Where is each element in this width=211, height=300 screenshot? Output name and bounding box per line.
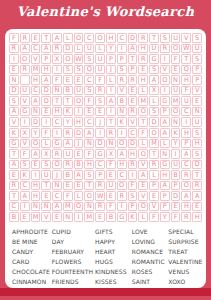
grid-cell-r9c17[interactable]: I — [181, 117, 191, 127]
grid-cell-r6c4[interactable]: D — [41, 86, 51, 96]
grid-cell-r5c11[interactable]: R — [117, 75, 127, 85]
grid-cell-r11c5[interactable]: G — [52, 139, 62, 149]
grid-cell-r14c6[interactable]: B — [63, 170, 73, 180]
grid-cell-r12c16[interactable]: I — [171, 149, 181, 159]
grid-cell-r5c17[interactable]: H — [181, 75, 191, 85]
grid-cell-r8c11[interactable]: N — [117, 107, 127, 117]
grid-cell-r9c2[interactable]: I — [20, 117, 30, 127]
grid-cell-r11c15[interactable]: L — [160, 139, 170, 149]
grid-cell-r5c4[interactable]: A — [41, 75, 51, 85]
grid-cell-r17c15[interactable]: P — [160, 202, 170, 212]
grid-cell-r2c3[interactable]: C — [31, 44, 41, 54]
grid-cell-r16c17[interactable]: A — [181, 191, 191, 201]
grid-cell-r8c17[interactable]: C — [181, 107, 191, 117]
grid-cell-r17c5[interactable]: A — [52, 202, 62, 212]
grid-cell-r16c18[interactable]: A — [192, 191, 202, 201]
grid-cell-r9c3[interactable]: D — [31, 117, 41, 127]
grid-cell-r7c12[interactable]: E — [128, 96, 138, 106]
grid-cell-r10c4[interactable]: F — [41, 128, 51, 138]
grid-cell-r11c13[interactable]: L — [138, 139, 148, 149]
grid-cell-r16c9[interactable]: W — [95, 191, 105, 201]
grid-cell-r15c11[interactable]: O — [117, 181, 127, 191]
grid-cell-r11c8[interactable]: N — [84, 139, 94, 149]
grid-cell-r10c12[interactable]: C — [128, 128, 138, 138]
grid-cell-r17c17[interactable]: H — [181, 202, 191, 212]
grid-cell-r18c17[interactable]: R — [181, 212, 191, 222]
grid-cell-r18c12[interactable]: K — [128, 212, 138, 222]
grid-cell-r10c14[interactable]: O — [149, 128, 159, 138]
grid-cell-r15c1[interactable]: R — [9, 181, 19, 191]
grid-cell-r3c17[interactable]: T — [181, 54, 191, 64]
grid-cell-r17c14[interactable]: V — [149, 202, 159, 212]
grid-cell-r14c13[interactable]: A — [138, 170, 148, 180]
grid-cell-r12c7[interactable]: E — [74, 149, 84, 159]
grid-cell-r4c9[interactable]: U — [95, 65, 105, 75]
grid-cell-r7c17[interactable]: U — [181, 96, 191, 106]
grid-cell-r17c16[interactable]: E — [171, 202, 181, 212]
grid-cell-r2c17[interactable]: W — [181, 44, 191, 54]
grid-cell-r7c11[interactable]: B — [117, 96, 127, 106]
grid-cell-r18c13[interactable]: L — [138, 212, 148, 222]
grid-cell-r13c11[interactable]: H — [117, 160, 127, 170]
grid-cell-r9c10[interactable]: T — [106, 117, 116, 127]
grid-cell-r14c11[interactable]: C — [117, 170, 127, 180]
grid-cell-r9c4[interactable]: I — [41, 117, 51, 127]
grid-cell-r6c13[interactable]: L — [138, 86, 148, 96]
grid-cell-r6c3[interactable]: C — [31, 86, 41, 96]
grid-cell-r3c1[interactable]: I — [9, 54, 19, 64]
grid-cell-r11c17[interactable]: P — [181, 139, 191, 149]
grid-cell-r2c8[interactable]: U — [84, 44, 94, 54]
grid-cell-r2c9[interactable]: L — [95, 44, 105, 54]
grid-cell-r10c18[interactable]: S — [192, 128, 202, 138]
grid-cell-r15c5[interactable]: N — [52, 181, 62, 191]
grid-cell-r15c16[interactable]: P — [171, 181, 181, 191]
grid-cell-r18c4[interactable]: V — [41, 212, 51, 222]
grid-cell-r4c5[interactable]: I — [52, 65, 62, 75]
grid-cell-r4c15[interactable]: V — [160, 65, 170, 75]
grid-cell-r12c1[interactable]: T — [9, 149, 19, 159]
grid-cell-r17c1[interactable]: C — [9, 202, 19, 212]
grid-cell-r7c9[interactable]: S — [95, 96, 105, 106]
grid-cell-r16c6[interactable]: F — [63, 191, 73, 201]
grid-cell-r15c4[interactable]: T — [41, 181, 51, 191]
grid-cell-r6c5[interactable]: N — [52, 86, 62, 96]
grid-cell-r2c7[interactable]: L — [74, 44, 84, 54]
grid-cell-r13c13[interactable]: V — [138, 160, 148, 170]
grid-cell-r4c8[interactable]: Q — [84, 65, 94, 75]
grid-cell-r3c11[interactable]: P — [117, 54, 127, 64]
grid-cell-r5c8[interactable]: C — [84, 75, 94, 85]
grid-cell-r3c7[interactable]: W — [74, 54, 84, 64]
grid-cell-r1c13[interactable]: R — [138, 33, 148, 43]
grid-cell-r14c18[interactable]: T — [192, 170, 202, 180]
grid-cell-r15c8[interactable]: T — [84, 181, 94, 191]
grid-cell-r18c6[interactable]: N — [63, 212, 73, 222]
grid-cell-r2c14[interactable]: U — [149, 44, 159, 54]
grid-cell-r12c15[interactable]: N — [160, 149, 170, 159]
grid-cell-r9c5[interactable]: C — [52, 117, 62, 127]
grid-cell-r5c10[interactable]: L — [106, 75, 116, 85]
grid-cell-r3c6[interactable]: O — [63, 54, 73, 64]
grid-cell-r11c18[interactable]: H — [192, 139, 202, 149]
grid-cell-r18c8[interactable]: M — [84, 212, 94, 222]
grid-cell-r7c10[interactable]: A — [106, 96, 116, 106]
grid-cell-r17c9[interactable]: R — [95, 202, 105, 212]
grid-cell-r10c9[interactable]: I — [95, 128, 105, 138]
grid-cell-r12c6[interactable]: U — [63, 149, 73, 159]
grid-cell-r10c16[interactable]: K — [171, 128, 181, 138]
grid-cell-r3c12[interactable]: T — [128, 54, 138, 64]
grid-cell-r1c1[interactable]: F — [9, 33, 19, 43]
grid-cell-r16c15[interactable]: P — [160, 191, 170, 201]
grid-cell-r7c5[interactable]: T — [52, 96, 62, 106]
grid-cell-r12c18[interactable]: S — [192, 149, 202, 159]
grid-cell-r9c16[interactable]: N — [171, 117, 181, 127]
grid-cell-r16c4[interactable]: E — [41, 191, 51, 201]
grid-cell-r15c18[interactable]: R — [192, 181, 202, 191]
grid-cell-r8c9[interactable]: E — [95, 107, 105, 117]
grid-cell-r2c12[interactable]: A — [128, 44, 138, 54]
grid-cell-r15c7[interactable]: E — [74, 181, 84, 191]
grid-cell-r10c13[interactable]: F — [138, 128, 148, 138]
grid-cell-r5c5[interactable]: F — [52, 75, 62, 85]
grid-cell-r18c7[interactable]: I — [74, 212, 84, 222]
grid-cell-r3c14[interactable]: G — [149, 54, 159, 64]
grid-cell-r14c16[interactable]: B — [171, 170, 181, 180]
grid-cell-r11c16[interactable]: Y — [171, 139, 181, 149]
grid-cell-r3c18[interactable]: S — [192, 54, 202, 64]
grid-cell-r8c15[interactable]: P — [160, 107, 170, 117]
grid-cell-r8c8[interactable]: E — [84, 107, 94, 117]
grid-cell-r4c11[interactable]: S — [117, 65, 127, 75]
grid-cell-r16c16[interactable]: D — [171, 191, 181, 201]
grid-cell-r8c12[interactable]: R — [128, 107, 138, 117]
grid-cell-r14c4[interactable]: U — [41, 170, 51, 180]
grid-cell-r10c8[interactable]: A — [84, 128, 94, 138]
grid-cell-r17c12[interactable]: P — [128, 202, 138, 212]
grid-cell-r5c6[interactable]: E — [63, 75, 73, 85]
grid-cell-r17c8[interactable]: N — [84, 202, 94, 212]
grid-cell-r14c8[interactable]: S — [84, 170, 94, 180]
grid-cell-r1c17[interactable]: V — [181, 33, 191, 43]
grid-cell-r9c9[interactable]: J — [95, 117, 105, 127]
grid-cell-r9c11[interactable]: K — [117, 117, 127, 127]
grid-cell-r18c15[interactable]: Y — [160, 212, 170, 222]
grid-cell-r11c11[interactable]: O — [117, 139, 127, 149]
grid-cell-r15c15[interactable]: A — [160, 181, 170, 191]
grid-cell-r10c3[interactable]: Y — [31, 128, 41, 138]
grid-cell-r4c3[interactable]: M — [31, 65, 41, 75]
grid-cell-r2c10[interactable]: Y — [106, 44, 116, 54]
grid-cell-r15c2[interactable]: C — [20, 181, 30, 191]
grid-cell-r13c4[interactable]: S — [41, 160, 51, 170]
grid-cell-r2c16[interactable]: O — [171, 44, 181, 54]
grid-cell-r6c18[interactable]: V — [192, 86, 202, 96]
grid-cell-r2c15[interactable]: R — [160, 44, 170, 54]
grid-cell-r17c11[interactable]: I — [117, 202, 127, 212]
grid-cell-r1c16[interactable]: U — [171, 33, 181, 43]
grid-cell-r7c4[interactable]: D — [41, 96, 51, 106]
grid-cell-r3c5[interactable]: X — [52, 54, 62, 64]
grid-cell-r14c15[interactable]: H — [160, 170, 170, 180]
grid-cell-r12c14[interactable]: T — [149, 149, 159, 159]
grid-cell-r18c10[interactable]: B — [106, 212, 116, 222]
grid-cell-r13c18[interactable]: D — [192, 160, 202, 170]
grid-cell-r15c6[interactable]: E — [63, 181, 73, 191]
grid-cell-r7c13[interactable]: M — [138, 96, 148, 106]
grid-cell-r15c12[interactable]: F — [128, 181, 138, 191]
grid-cell-r13c10[interactable]: F — [106, 160, 116, 170]
grid-cell-r18c18[interactable]: H — [192, 212, 202, 222]
grid-cell-r8c6[interactable]: K — [63, 107, 73, 117]
grid-cell-r12c5[interactable]: R — [52, 149, 62, 159]
grid-cell-r12c3[interactable]: A — [31, 149, 41, 159]
grid-cell-r5c16[interactable]: N — [171, 75, 181, 85]
grid-cell-r15c3[interactable]: H — [31, 181, 41, 191]
grid-cell-r3c8[interactable]: S — [84, 54, 94, 64]
grid-cell-r15c9[interactable]: R — [95, 181, 105, 191]
grid-cell-r7c14[interactable]: L — [149, 96, 159, 106]
grid-cell-r4c2[interactable]: R — [20, 65, 30, 75]
grid-cell-r5c15[interactable]: O — [160, 75, 170, 85]
grid-cell-r18c16[interactable]: F — [171, 212, 181, 222]
grid-cell-r3c15[interactable]: I — [160, 54, 170, 64]
grid-cell-r6c16[interactable]: U — [171, 86, 181, 96]
grid-cell-r4c18[interactable]: P — [192, 65, 202, 75]
grid-cell-r3c4[interactable]: P — [41, 54, 51, 64]
grid-cell-r10c17[interactable]: H — [181, 128, 191, 138]
grid-cell-r4c10[interactable]: J — [106, 65, 116, 75]
grid-cell-r14c12[interactable]: I — [128, 170, 138, 180]
grid-cell-r14c10[interactable]: E — [106, 170, 116, 180]
grid-cell-r14c3[interactable]: I — [31, 170, 41, 180]
grid-cell-r8c7[interactable]: I — [74, 107, 84, 117]
grid-cell-r16c3[interactable]: H — [31, 191, 41, 201]
grid-cell-r4c16[interactable]: E — [171, 65, 181, 75]
grid-cell-r11c4[interactable]: L — [41, 139, 51, 149]
grid-cell-r14c1[interactable]: E — [9, 170, 19, 180]
grid-cell-r6c15[interactable]: I — [160, 86, 170, 96]
grid-cell-r18c3[interactable]: M — [31, 212, 41, 222]
grid-cell-r6c2[interactable]: U — [20, 86, 30, 96]
grid-cell-r3c9[interactable]: U — [95, 54, 105, 64]
grid-cell-r6c11[interactable]: V — [117, 86, 127, 96]
grid-cell-r1c18[interactable]: S — [192, 33, 202, 43]
grid-cell-r14c7[interactable]: A — [74, 170, 84, 180]
grid-cell-r9c1[interactable]: V — [9, 117, 19, 127]
grid-cell-r17c18[interactable]: E — [192, 202, 202, 212]
grid-cell-r9c18[interactable]: U — [192, 117, 202, 127]
grid-cell-r2c11[interactable]: I — [117, 44, 127, 54]
grid-cell-r13c1[interactable]: A — [9, 160, 19, 170]
grid-cell-r17c7[interactable]: O — [74, 202, 84, 212]
grid-cell-r13c15[interactable]: G — [160, 160, 170, 170]
grid-cell-r9c15[interactable]: A — [160, 117, 170, 127]
grid-cell-r8c16[interactable]: O — [171, 107, 181, 117]
grid-cell-r6c6[interactable]: B — [63, 86, 73, 96]
grid-cell-r15c10[interactable]: U — [106, 181, 116, 191]
grid-cell-r18c9[interactable]: E — [95, 212, 105, 222]
grid-cell-r7c3[interactable]: A — [31, 96, 41, 106]
grid-cell-r18c11[interactable]: G — [117, 212, 127, 222]
grid-cell-r1c4[interactable]: T — [41, 33, 51, 43]
grid-cell-r16c13[interactable]: V — [138, 191, 148, 201]
grid-cell-r8c13[interactable]: O — [138, 107, 148, 117]
grid-cell-r5c3[interactable]: H — [31, 75, 41, 85]
grid-cell-r8c3[interactable]: N — [31, 107, 41, 117]
grid-cell-r10c15[interactable]: A — [160, 128, 170, 138]
grid-cell-r1c10[interactable]: H — [106, 33, 116, 43]
grid-cell-r8c5[interactable]: H — [52, 107, 62, 117]
grid-cell-r4c6[interactable]: S — [63, 65, 73, 75]
grid-cell-r12c9[interactable]: G — [95, 149, 105, 159]
grid-cell-r16c8[interactable]: O — [84, 191, 94, 201]
grid-cell-r14c17[interactable]: R — [181, 170, 191, 180]
grid-cell-r2c13[interactable]: H — [138, 44, 148, 54]
grid-cell-r1c11[interactable]: C — [117, 33, 127, 43]
grid-cell-r2c18[interactable]: U — [192, 44, 202, 54]
grid-cell-r6c7[interactable]: U — [74, 86, 84, 96]
grid-cell-r11c6[interactable]: A — [63, 139, 73, 149]
grid-cell-r17c3[interactable]: N — [31, 202, 41, 212]
grid-cell-r6c12[interactable]: E — [128, 86, 138, 96]
grid-cell-r1c5[interactable]: A — [52, 33, 62, 43]
grid-cell-r3c3[interactable]: V — [31, 54, 41, 64]
grid-cell-r13c8[interactable]: H — [84, 160, 94, 170]
grid-cell-r6c9[interactable]: R — [95, 86, 105, 96]
grid-cell-r6c14[interactable]: X — [149, 86, 159, 96]
grid-cell-r11c14[interactable]: M — [149, 139, 159, 149]
grid-cell-r10c7[interactable]: D — [74, 128, 84, 138]
grid-cell-r16c2[interactable]: A — [20, 191, 30, 201]
grid-cell-r3c16[interactable]: F — [171, 54, 181, 64]
grid-cell-r12c8[interactable]: F — [84, 149, 94, 159]
grid-cell-r8c10[interactable]: I — [106, 107, 116, 117]
grid-cell-r1c2[interactable]: R — [20, 33, 30, 43]
grid-cell-r12c13[interactable]: O — [138, 149, 148, 159]
grid-cell-r2c1[interactable]: R — [9, 44, 19, 54]
grid-cell-r9c6[interactable]: Y — [63, 117, 73, 127]
grid-cell-r9c13[interactable]: T — [138, 117, 148, 127]
grid-cell-r1c9[interactable]: O — [95, 33, 105, 43]
grid-cell-r11c12[interactable]: D — [128, 139, 138, 149]
grid-cell-r2c2[interactable]: A — [20, 44, 30, 54]
grid-cell-r14c5[interactable]: J — [52, 170, 62, 180]
grid-cell-r1c12[interactable]: D — [128, 33, 138, 43]
grid-cell-r9c8[interactable]: C — [84, 117, 94, 127]
grid-cell-r13c5[interactable]: O — [52, 160, 62, 170]
grid-cell-r7c15[interactable]: G — [160, 96, 170, 106]
grid-cell-r8c14[interactable]: S — [149, 107, 159, 117]
grid-cell-r12c2[interactable]: F — [20, 149, 30, 159]
grid-cell-r2c6[interactable]: D — [63, 44, 73, 54]
grid-cell-r5c2[interactable] — [20, 75, 30, 85]
grid-cell-r13c16[interactable]: U — [171, 160, 181, 170]
grid-cell-r16c1[interactable]: T — [9, 191, 19, 201]
grid-cell-r1c15[interactable]: S — [160, 33, 170, 43]
grid-cell-r5c12[interactable]: R — [128, 75, 138, 85]
grid-cell-r4c13[interactable]: E — [138, 65, 148, 75]
grid-cell-r17c6[interactable]: M — [63, 202, 73, 212]
grid-cell-r5c9[interactable]: F — [95, 75, 105, 85]
grid-cell-r6c1[interactable]: D — [9, 86, 19, 96]
grid-cell-r10c1[interactable]: K — [9, 128, 19, 138]
grid-cell-r2c4[interactable]: A — [41, 44, 51, 54]
grid-cell-r4c12[interactable]: P — [128, 65, 138, 75]
grid-cell-r18c5[interactable]: E — [52, 212, 62, 222]
grid-cell-r7c7[interactable]: O — [74, 96, 84, 106]
grid-cell-r16c5[interactable]: C — [52, 191, 62, 201]
grid-cell-r15c13[interactable]: E — [138, 181, 148, 191]
grid-cell-r7c1[interactable]: S — [9, 96, 19, 106]
grid-cell-r6c8[interactable]: S — [84, 86, 94, 96]
grid-cell-r11c1[interactable]: G — [9, 139, 19, 149]
grid-cell-r16c14[interactable]: E — [149, 191, 159, 201]
grid-cell-r1c8[interactable]: C — [84, 33, 94, 43]
grid-cell-r6c17[interactable]: F — [181, 86, 191, 96]
grid-cell-r13c9[interactable]: C — [95, 160, 105, 170]
grid-cell-r1c7[interactable]: O — [74, 33, 84, 43]
grid-cell-r2c5[interactable]: R — [52, 44, 62, 54]
grid-cell-r16c11[interactable]: R — [117, 191, 127, 201]
grid-cell-r17c2[interactable]: I — [20, 202, 30, 212]
grid-cell-r7c8[interactable]: F — [84, 96, 94, 106]
grid-cell-r12c10[interactable]: X — [106, 149, 116, 159]
grid-cell-r8c4[interactable]: E — [41, 107, 51, 117]
grid-cell-r3c2[interactable]: O — [20, 54, 30, 64]
grid-cell-r10c11[interactable]: I — [117, 128, 127, 138]
grid-cell-r15c14[interactable]: P — [149, 181, 159, 191]
grid-cell-r11c9[interactable]: D — [95, 139, 105, 149]
grid-cell-r9c12[interactable]: V — [128, 117, 138, 127]
grid-cell-r4c17[interactable]: Q — [181, 65, 191, 75]
grid-cell-r17c4[interactable]: N — [41, 202, 51, 212]
grid-cell-r11c10[interactable]: N — [106, 139, 116, 149]
grid-cell-r13c14[interactable]: R — [149, 160, 159, 170]
grid-cell-r4c4[interactable]: H — [41, 65, 51, 75]
grid-cell-r9c7[interactable]: H — [74, 117, 84, 127]
grid-cell-r13c3[interactable]: E — [31, 160, 41, 170]
grid-cell-r4c14[interactable]: S — [149, 65, 159, 75]
grid-cell-r18c14[interactable]: F — [149, 212, 159, 222]
grid-cell-r17c10[interactable]: F — [106, 202, 116, 212]
grid-cell-r10c6[interactable]: R — [63, 128, 73, 138]
grid-cell-r13c2[interactable]: S — [20, 160, 30, 170]
grid-cell-r7c18[interactable]: E — [192, 96, 202, 106]
grid-cell-r8c18[interactable]: N — [192, 107, 202, 117]
grid-cell-r13c7[interactable]: B — [74, 160, 84, 170]
grid-cell-r16c7[interactable]: L — [74, 191, 84, 201]
grid-cell-r12c12[interactable]: H — [128, 149, 138, 159]
grid-cell-r3c10[interactable]: P — [106, 54, 116, 64]
grid-cell-r11c2[interactable]: V — [20, 139, 30, 149]
grid-cell-r5c1[interactable]: N — [9, 75, 19, 85]
grid-cell-r14c14[interactable]: L — [149, 170, 159, 180]
grid-cell-r5c18[interactable]: P — [192, 75, 202, 85]
grid-cell-r7c6[interactable]: T — [63, 96, 73, 106]
grid-cell-r13c12[interactable]: R — [128, 160, 138, 170]
grid-cell-r3c13[interactable]: R — [138, 54, 148, 64]
grid-cell-r6c10[interactable]: I — [106, 86, 116, 96]
grid-cell-r10c5[interactable]: I — [52, 128, 62, 138]
grid-cell-r16c10[interactable]: E — [106, 191, 116, 201]
grid-cell-r16c12[interactable]: S — [128, 191, 138, 201]
grid-cell-r7c2[interactable]: V — [20, 96, 30, 106]
grid-cell-r18c1[interactable]: B — [9, 212, 19, 222]
grid-cell-r5c7[interactable]: E — [74, 75, 84, 85]
grid-cell-r1c14[interactable]: T — [149, 33, 159, 43]
